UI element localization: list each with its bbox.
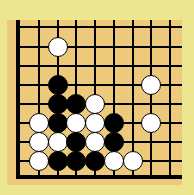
white-stone[interactable]	[29, 151, 49, 171]
white-stone[interactable]	[123, 151, 143, 171]
white-stone[interactable]	[141, 113, 161, 133]
board-left-edge-line	[16, 20, 20, 179]
white-stone[interactable]	[141, 75, 161, 95]
go-diagram-screen	[0, 0, 194, 195]
black-stone[interactable]	[66, 132, 86, 152]
vertical-grid-line	[169, 20, 171, 179]
go-board[interactable]	[7, 20, 182, 185]
white-stone[interactable]	[85, 132, 105, 152]
board-bottom-edge-line	[16, 175, 182, 179]
white-stone[interactable]	[66, 113, 86, 133]
white-stone[interactable]	[85, 113, 105, 133]
white-stone[interactable]	[29, 132, 49, 152]
horizontal-grid-line	[16, 46, 182, 48]
white-stone[interactable]	[29, 113, 49, 133]
white-stone[interactable]	[104, 151, 124, 171]
black-stone[interactable]	[85, 151, 105, 171]
horizontal-grid-line	[16, 26, 182, 28]
black-stone[interactable]	[48, 151, 68, 171]
white-stone[interactable]	[48, 132, 68, 152]
white-stone[interactable]	[85, 94, 105, 114]
black-stone[interactable]	[66, 94, 86, 114]
black-stone[interactable]	[66, 151, 86, 171]
black-stone[interactable]	[48, 94, 68, 114]
horizontal-grid-line	[16, 65, 182, 67]
black-stone[interactable]	[104, 132, 124, 152]
black-stone[interactable]	[104, 113, 124, 133]
vertical-grid-line	[150, 20, 152, 179]
white-stone[interactable]	[48, 37, 68, 57]
black-stone[interactable]	[48, 113, 68, 133]
black-stone[interactable]	[48, 75, 68, 95]
